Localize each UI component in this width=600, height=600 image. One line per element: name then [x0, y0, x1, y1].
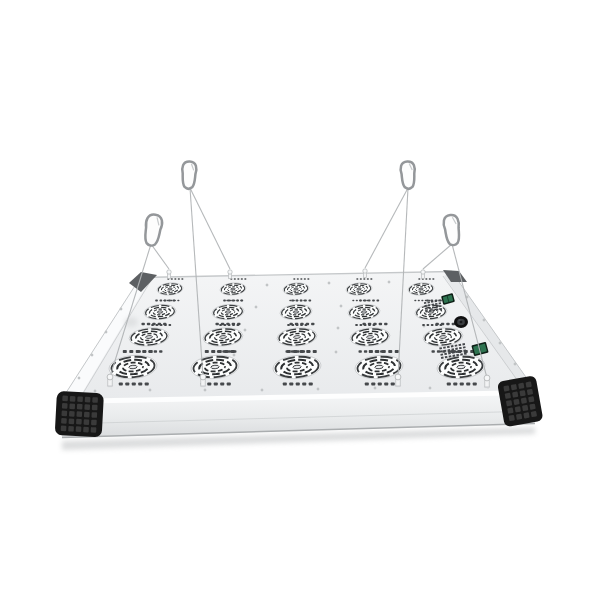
corner-guard-bump: [512, 391, 518, 397]
carabiner-body: [181, 161, 196, 189]
vent-slot: [441, 323, 444, 326]
screw-dot: [244, 329, 246, 331]
vent-slot: [363, 323, 366, 326]
vent-slot: [224, 350, 228, 353]
vent-slot: [244, 278, 246, 280]
vent-slot: [232, 299, 235, 301]
vent-slot: [145, 382, 149, 385]
vent-slot: [178, 278, 180, 280]
corner-guard-bump: [91, 420, 97, 426]
vent-slot: [418, 300, 420, 302]
vent-slot: [432, 278, 434, 280]
vent-slot: [174, 278, 176, 280]
wire-standoff-front: [200, 374, 206, 387]
corner-guard-bump: [515, 406, 521, 412]
screw-dot: [429, 387, 431, 389]
corner-guard-bump: [69, 403, 75, 409]
corner-guard-bump: [525, 381, 531, 387]
vent-slot: [371, 382, 375, 385]
vent-slot: [207, 382, 211, 385]
corner-guard-bump: [521, 397, 527, 403]
hanging-wire: [423, 244, 452, 269]
vent-slot: [388, 350, 392, 353]
vent-slot: [373, 323, 376, 326]
corner-guard-bump: [506, 400, 512, 406]
vent-slot: [360, 278, 362, 280]
vent-slot: [227, 382, 231, 385]
vent-slot: [132, 382, 136, 385]
vent-slot: [168, 324, 171, 326]
vent-slot: [205, 350, 209, 353]
corner-guard-bump: [85, 397, 91, 403]
vent-slot: [473, 382, 477, 385]
vent-slot: [384, 323, 387, 326]
corner-guard-bump: [519, 390, 525, 396]
vent-slot: [295, 323, 298, 326]
vent-slot: [300, 350, 304, 353]
vent-slot: [164, 299, 167, 301]
fan-hub: [129, 365, 137, 369]
fan-hub: [219, 335, 226, 338]
vent-slot: [293, 278, 295, 280]
fan-hub: [293, 335, 300, 338]
corner-guard-bump: [509, 415, 515, 421]
corner-guard-bump: [91, 412, 97, 418]
vent-slot: [300, 323, 303, 326]
vent-slot: [304, 299, 307, 301]
vent-slot: [352, 300, 354, 302]
vent-slot: [125, 382, 129, 385]
vent-slot: [437, 350, 440, 353]
screw-dot: [374, 387, 376, 389]
corner-guard-bump: [68, 426, 74, 432]
vent-slot: [296, 382, 300, 385]
vent-slot: [181, 278, 183, 280]
vent-slot: [159, 350, 162, 353]
vent-slot: [360, 324, 363, 326]
fan-hub: [293, 365, 301, 369]
screw-dot: [78, 377, 80, 379]
corner-guard-bump: [529, 404, 535, 410]
corner-guard-bump: [83, 427, 89, 433]
corner-guard-bump: [61, 426, 67, 432]
corner-guard-bump: [511, 384, 517, 390]
corner-guard-body: [497, 375, 543, 427]
vent-slot: [426, 299, 429, 301]
corner-guard: [497, 375, 543, 427]
vent-slot: [290, 323, 293, 326]
vent-slot: [300, 278, 302, 280]
screw-dot: [261, 389, 263, 391]
corner-guard-bump: [62, 403, 68, 409]
vent-slot: [237, 323, 240, 326]
screw-dot: [266, 284, 268, 286]
vent-slot: [372, 299, 375, 301]
fan-hub: [293, 311, 299, 314]
fan-hub: [294, 288, 299, 290]
standoff-ball: [200, 374, 206, 380]
screw-dot: [340, 305, 342, 307]
corner-guard-bump: [84, 404, 90, 410]
vent-slot: [418, 278, 420, 280]
carabiner-clip: [143, 213, 164, 246]
vent-slot: [287, 324, 290, 326]
corner-guard-bump: [91, 427, 97, 433]
fan-hub: [168, 288, 173, 290]
vent-slot: [309, 382, 313, 385]
vent-slot: [311, 323, 314, 326]
screw-dot: [120, 308, 122, 310]
vent-slot: [304, 278, 306, 280]
screw-dot: [337, 327, 339, 329]
screw-dot: [499, 342, 501, 344]
vent-slot: [123, 350, 127, 353]
hanging-wire: [190, 188, 230, 269]
fan-hub: [225, 311, 231, 314]
screw-dot: [483, 319, 485, 321]
screw-dot: [317, 388, 319, 390]
vent-slot: [466, 382, 470, 385]
corner-guard-bump: [76, 419, 82, 425]
vent-slot: [356, 278, 358, 280]
standoff-ball: [395, 374, 401, 380]
standoff-ball: [421, 270, 425, 274]
vent-slot: [425, 278, 427, 280]
vent-slot: [160, 299, 163, 301]
vent-slot: [359, 350, 362, 353]
vent-slot: [431, 324, 434, 326]
fan-hub: [419, 288, 424, 290]
screw-dot: [149, 389, 151, 391]
vent-slot: [369, 350, 373, 353]
vent-slot: [421, 300, 423, 302]
fan-hub: [231, 288, 236, 290]
corner-guard-bump: [76, 426, 82, 432]
vent-slot: [289, 382, 293, 385]
wire-standoff-back: [228, 270, 232, 279]
vent-slot: [364, 299, 367, 301]
screw-dot: [514, 363, 516, 365]
corner-guard-bump: [77, 396, 83, 402]
hanging-wire: [365, 188, 408, 268]
fan-hub: [145, 335, 152, 338]
vent-slot: [300, 299, 303, 301]
vent-slot: [236, 299, 239, 301]
vent-slot: [228, 299, 231, 301]
vent-slot: [356, 300, 358, 302]
vent-slot: [293, 350, 297, 353]
vent-slot: [211, 350, 215, 353]
vent-slot: [240, 299, 243, 301]
screw-dot: [233, 354, 235, 356]
vent-slot: [241, 278, 243, 280]
carabiner-clip: [443, 214, 462, 246]
vent-slot: [384, 382, 388, 385]
carabiner-clip: [400, 161, 415, 189]
vent-slot: [218, 350, 222, 353]
vent-slot: [136, 350, 140, 353]
screw-dot: [335, 351, 337, 353]
vent-slot: [216, 323, 219, 326]
vent-slot: [291, 299, 294, 301]
corner-guard-bump: [516, 414, 522, 420]
vent-slot: [296, 299, 299, 301]
vent-slot: [414, 300, 416, 302]
vent-slot: [177, 300, 179, 302]
corner-guard: [55, 391, 104, 437]
carabiner-body: [143, 213, 164, 246]
vent-slot: [436, 323, 439, 326]
corner-guard-bump: [61, 411, 67, 417]
vent-slot: [364, 350, 367, 353]
corner-guard-bump: [69, 418, 75, 424]
vent-slot: [427, 324, 430, 326]
vent-slot: [395, 350, 399, 353]
carabiner-body: [443, 214, 462, 246]
standoff-ball: [363, 269, 367, 273]
vent-slot: [453, 382, 457, 385]
vent-slot: [226, 323, 229, 326]
corner-guard-bump: [92, 397, 98, 403]
vent-slot: [172, 299, 175, 301]
product-photo: [0, 0, 600, 600]
vent-slot: [429, 278, 431, 280]
vent-slot: [378, 382, 382, 385]
vent-slot: [163, 323, 166, 326]
vent-slot: [237, 278, 239, 280]
power-connector-glint: [458, 319, 460, 321]
vent-slot: [379, 323, 382, 326]
screw-dot: [105, 331, 107, 333]
screw-dot: [91, 354, 93, 356]
corner-guard-bump: [522, 405, 528, 411]
corner-guard-bump: [528, 396, 534, 402]
screw-dot: [94, 390, 96, 392]
corner-guard-bump: [69, 411, 75, 417]
scene-svg: [0, 0, 600, 600]
corner-guard-bump: [531, 411, 537, 417]
vent-slot: [308, 299, 311, 301]
wire-standoff-back: [167, 270, 171, 279]
corner-guard-bump: [62, 396, 68, 402]
vent-slot: [307, 278, 309, 280]
vent-slot: [214, 382, 218, 385]
vent-slot: [220, 382, 224, 385]
fan-hub: [211, 365, 219, 369]
vent-slot: [155, 299, 158, 301]
fan-hub: [366, 335, 373, 338]
corner-guard-bump: [505, 393, 511, 399]
vent-slot: [447, 382, 451, 385]
vent-slot: [287, 350, 291, 353]
standoff-ball: [484, 375, 490, 381]
fan-hub: [439, 335, 446, 338]
vent-slot: [313, 350, 317, 353]
screw-dot: [255, 306, 257, 308]
vent-slot: [460, 382, 464, 385]
vent-slot: [446, 323, 449, 326]
fan-hub: [375, 365, 383, 369]
vent-slot: [422, 324, 425, 326]
fan-hub: [361, 311, 367, 314]
wire-standoff-back: [363, 269, 367, 278]
vent-slot: [168, 299, 171, 301]
vent-slot: [234, 278, 236, 280]
vent-slot: [368, 323, 371, 326]
corner-guard-bump: [523, 412, 529, 418]
vent-slot: [297, 278, 299, 280]
corner-guard-bump: [70, 396, 76, 402]
vent-slot: [138, 382, 142, 385]
vent-slot: [368, 299, 371, 301]
vent-slot: [171, 278, 173, 280]
vent-slot: [306, 350, 310, 353]
corner-guard-bump: [507, 407, 513, 413]
carabiner-clip: [181, 161, 196, 189]
vent-slot: [152, 323, 155, 326]
corner-guard-bump: [513, 399, 519, 405]
carabiner-layer: [143, 161, 462, 247]
wire-standoff-front: [395, 374, 401, 387]
fan-hub: [157, 311, 163, 314]
vent-slot: [149, 350, 153, 353]
wire-standoff-front: [107, 374, 113, 387]
vent-slot: [382, 350, 386, 353]
vent-slot: [142, 323, 145, 326]
vent-slot: [119, 382, 123, 385]
vent-slot: [365, 382, 369, 385]
vent-slot: [142, 350, 146, 353]
vent-slot: [154, 350, 157, 353]
wire-standoff-back: [421, 270, 425, 279]
standoff-ball: [228, 270, 232, 274]
hanging-wire: [151, 244, 169, 269]
corner-guard-bump: [92, 405, 98, 411]
corner-guard-bump: [84, 419, 90, 425]
vent-slot: [432, 350, 435, 353]
vent-slot: [370, 278, 372, 280]
vent-slot: [376, 299, 379, 301]
vent-slot: [306, 323, 309, 326]
screw-dot: [388, 281, 390, 283]
vent-slot: [232, 323, 235, 326]
vent-slot: [223, 299, 226, 301]
vent-slot: [375, 350, 379, 353]
vent-slot: [283, 382, 287, 385]
corner-guard-bump: [518, 383, 524, 389]
vent-slot: [221, 323, 224, 326]
vent-slot: [158, 323, 161, 326]
screw-dot: [328, 282, 330, 284]
vent-slot: [302, 382, 306, 385]
vent-slot: [367, 278, 369, 280]
power-connector-pin: [460, 321, 463, 323]
vent-slot: [231, 350, 235, 353]
corner-guard-bump: [76, 411, 82, 417]
carabiner-body: [400, 161, 415, 189]
fan-hub: [457, 365, 465, 369]
vent-slot: [363, 278, 365, 280]
corner-guard-bump: [84, 412, 90, 418]
vent-slot: [359, 299, 362, 301]
standoff-ball: [167, 270, 171, 274]
vent-slot: [147, 323, 150, 326]
screw-dot: [204, 389, 206, 391]
corner-guard-bump: [77, 404, 83, 410]
vent-slot: [391, 382, 395, 385]
corner-guard-bump: [61, 418, 67, 424]
vent-slot: [129, 350, 133, 353]
corner-guard-bump: [503, 385, 509, 391]
corner-guard-bump: [527, 389, 533, 395]
vent-slot: [289, 300, 291, 302]
standoff-ball: [107, 374, 113, 380]
fan-hub: [357, 288, 362, 290]
vent-slot: [355, 324, 358, 326]
wire-standoff-front: [484, 375, 490, 388]
